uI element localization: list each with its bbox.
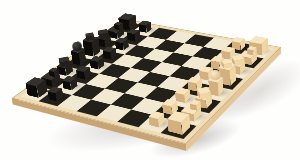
chess-board [12,19,281,144]
chess-set-photo [0,0,300,160]
